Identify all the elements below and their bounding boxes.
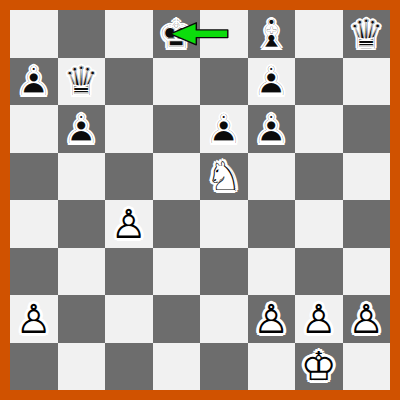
square-e1[interactable] [200,343,248,391]
piece-white-pawn-a2[interactable]: ♟♙ [10,295,58,343]
square-b6[interactable]: ♟♙ [58,105,106,153]
piece-glyph-outline: ♘ [200,153,248,201]
square-d2[interactable] [153,295,201,343]
piece-glyph-outline: ♗ [248,10,296,58]
square-e5[interactable]: ♞♘ [200,153,248,201]
square-d3[interactable] [153,248,201,296]
square-f2[interactable]: ♟♙ [248,295,296,343]
square-a4[interactable] [10,200,58,248]
square-a3[interactable] [10,248,58,296]
square-a2[interactable]: ♟♙ [10,295,58,343]
square-g3[interactable] [295,248,343,296]
square-c7[interactable] [105,58,153,106]
square-h2[interactable]: ♟♙ [343,295,391,343]
square-f1[interactable] [248,343,296,391]
piece-black-pawn-f6[interactable]: ♟♙ [248,105,296,153]
piece-white-knight-e5[interactable]: ♞♘ [200,153,248,201]
piece-glyph-outline: ♙ [295,295,343,343]
square-c2[interactable] [105,295,153,343]
piece-black-queen-b7[interactable]: ♛♕ [58,58,106,106]
square-d5[interactable] [153,153,201,201]
piece-black-pawn-b6[interactable]: ♟♙ [58,105,106,153]
square-e7[interactable] [200,58,248,106]
square-f5[interactable] [248,153,296,201]
square-g8[interactable] [295,10,343,58]
square-g2[interactable]: ♟♙ [295,295,343,343]
square-a8[interactable] [10,10,58,58]
square-c1[interactable] [105,343,153,391]
piece-white-king-g1[interactable]: ♚♔ [295,343,343,391]
square-h6[interactable] [343,105,391,153]
square-d4[interactable] [153,200,201,248]
piece-glyph-outline: ♙ [200,105,248,153]
piece-glyph-outline: ♙ [58,105,106,153]
square-f4[interactable] [248,200,296,248]
square-c6[interactable] [105,105,153,153]
square-f7[interactable]: ♟♙ [248,58,296,106]
square-c4[interactable]: ♟♙ [105,200,153,248]
square-b4[interactable] [58,200,106,248]
square-c5[interactable] [105,153,153,201]
chess-board-frame: ♚♔♝♗♛♕♟♙♛♕♟♙♟♙♟♙♟♙♞♘♟♙♟♙♟♙♟♙♟♙♚♔ [0,0,400,400]
piece-white-pawn-g2[interactable]: ♟♙ [295,295,343,343]
piece-black-pawn-f7[interactable]: ♟♙ [248,58,296,106]
piece-glyph-outline: ♔ [295,343,343,391]
piece-black-king-d8[interactable]: ♚♔ [153,10,201,58]
square-g6[interactable] [295,105,343,153]
square-a6[interactable] [10,105,58,153]
square-h1[interactable] [343,343,391,391]
piece-glyph-outline: ♙ [248,58,296,106]
square-g1[interactable]: ♚♔ [295,343,343,391]
square-e8[interactable] [200,10,248,58]
square-d6[interactable] [153,105,201,153]
square-b7[interactable]: ♛♕ [58,58,106,106]
piece-glyph-outline: ♕ [343,10,391,58]
square-c3[interactable] [105,248,153,296]
square-f6[interactable]: ♟♙ [248,105,296,153]
square-d8[interactable]: ♚♔ [153,10,201,58]
piece-black-pawn-a7[interactable]: ♟♙ [10,58,58,106]
piece-white-pawn-f2[interactable]: ♟♙ [248,295,296,343]
piece-glyph-outline: ♙ [343,295,391,343]
square-g4[interactable] [295,200,343,248]
piece-glyph-outline: ♕ [58,58,106,106]
square-f3[interactable] [248,248,296,296]
square-f8[interactable]: ♝♗ [248,10,296,58]
piece-glyph-outline: ♙ [248,105,296,153]
square-g5[interactable] [295,153,343,201]
piece-glyph-outline: ♙ [10,58,58,106]
square-h3[interactable] [343,248,391,296]
square-e6[interactable]: ♟♙ [200,105,248,153]
square-g7[interactable] [295,58,343,106]
square-e2[interactable] [200,295,248,343]
square-e3[interactable] [200,248,248,296]
piece-black-bishop-f8[interactable]: ♝♗ [248,10,296,58]
piece-glyph-outline: ♔ [153,10,201,58]
square-a1[interactable] [10,343,58,391]
square-d7[interactable] [153,58,201,106]
square-a5[interactable] [10,153,58,201]
piece-white-pawn-h2[interactable]: ♟♙ [343,295,391,343]
square-a7[interactable]: ♟♙ [10,58,58,106]
square-b5[interactable] [58,153,106,201]
square-b8[interactable] [58,10,106,58]
piece-glyph-outline: ♙ [10,295,58,343]
square-e4[interactable] [200,200,248,248]
square-b1[interactable] [58,343,106,391]
piece-black-pawn-e6[interactable]: ♟♙ [200,105,248,153]
square-h5[interactable] [343,153,391,201]
square-h8[interactable]: ♛♕ [343,10,391,58]
piece-white-pawn-c4[interactable]: ♟♙ [105,200,153,248]
square-c8[interactable] [105,10,153,58]
piece-glyph-outline: ♙ [248,295,296,343]
square-h7[interactable] [343,58,391,106]
square-h4[interactable] [343,200,391,248]
piece-black-queen-h8[interactable]: ♛♕ [343,10,391,58]
square-d1[interactable] [153,343,201,391]
chess-board: ♚♔♝♗♛♕♟♙♛♕♟♙♟♙♟♙♟♙♞♘♟♙♟♙♟♙♟♙♟♙♚♔ [10,10,390,390]
square-b2[interactable] [58,295,106,343]
square-b3[interactable] [58,248,106,296]
piece-glyph-outline: ♙ [105,200,153,248]
